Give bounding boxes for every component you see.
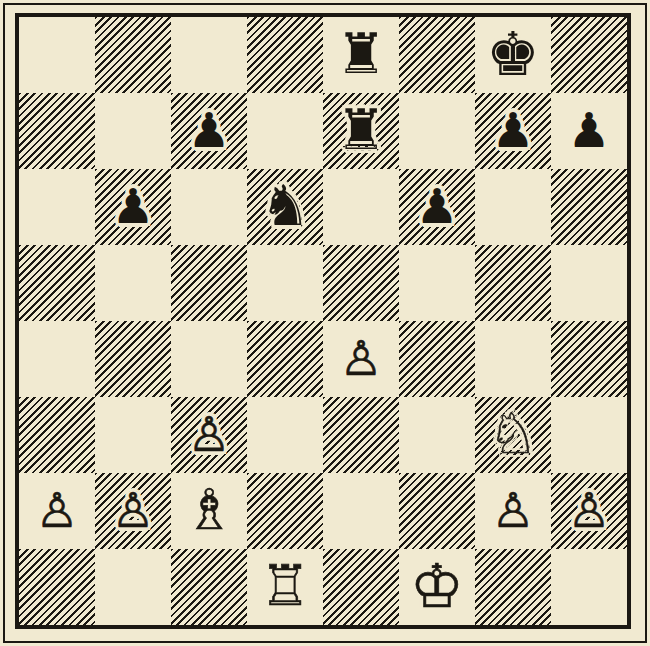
square-d2 bbox=[247, 473, 323, 549]
square-e4: ♙ bbox=[323, 321, 399, 397]
piece-white-pawn-a2: ♙ bbox=[35, 486, 78, 534]
square-a5 bbox=[19, 245, 95, 321]
square-a3 bbox=[19, 397, 95, 473]
square-d4 bbox=[247, 321, 323, 397]
piece-black-pawn-h7: ♟ bbox=[567, 106, 610, 154]
square-d7 bbox=[247, 93, 323, 169]
piece-white-pawn-b2: ♙ bbox=[111, 486, 154, 534]
square-a1 bbox=[19, 549, 95, 625]
square-c6 bbox=[171, 169, 247, 245]
square-f2 bbox=[399, 473, 475, 549]
piece-black-king-g8: ♚ bbox=[486, 24, 540, 84]
piece-black-pawn-g7: ♟ bbox=[491, 106, 534, 154]
square-d8 bbox=[247, 17, 323, 93]
square-e6 bbox=[323, 169, 399, 245]
square-g3: ♘ bbox=[475, 397, 551, 473]
square-b5 bbox=[95, 245, 171, 321]
square-g2: ♙ bbox=[475, 473, 551, 549]
square-f7 bbox=[399, 93, 475, 169]
piece-white-pawn-c3: ♙ bbox=[187, 410, 230, 458]
square-c2: ♗ bbox=[171, 473, 247, 549]
printed-chess-diagram-page: ♜♚♟♜♟♟♟♞♟♙♙♘♙♙♗♙♙♖♔ bbox=[0, 0, 650, 646]
square-d1: ♖ bbox=[247, 549, 323, 625]
square-a6 bbox=[19, 169, 95, 245]
square-g1 bbox=[475, 549, 551, 625]
piece-white-pawn-g2: ♙ bbox=[491, 486, 534, 534]
piece-black-rook-e7: ♜ bbox=[336, 102, 386, 158]
square-a8 bbox=[19, 17, 95, 93]
square-b8 bbox=[95, 17, 171, 93]
square-e7: ♜ bbox=[323, 93, 399, 169]
square-b2: ♙ bbox=[95, 473, 171, 549]
piece-white-knight-g3: ♘ bbox=[488, 406, 538, 462]
square-h4 bbox=[551, 321, 627, 397]
piece-black-pawn-f6: ♟ bbox=[415, 182, 458, 230]
square-h6 bbox=[551, 169, 627, 245]
square-h1 bbox=[551, 549, 627, 625]
square-b4 bbox=[95, 321, 171, 397]
square-a4 bbox=[19, 321, 95, 397]
square-c4 bbox=[171, 321, 247, 397]
piece-black-knight-d6: ♞ bbox=[260, 178, 310, 234]
square-b6: ♟ bbox=[95, 169, 171, 245]
piece-black-rook-e8: ♜ bbox=[336, 26, 386, 82]
square-b3 bbox=[95, 397, 171, 473]
square-d5 bbox=[247, 245, 323, 321]
square-h2: ♙ bbox=[551, 473, 627, 549]
square-f1: ♔ bbox=[399, 549, 475, 625]
square-f3 bbox=[399, 397, 475, 473]
square-c1 bbox=[171, 549, 247, 625]
square-b1 bbox=[95, 549, 171, 625]
square-f5 bbox=[399, 245, 475, 321]
square-g4 bbox=[475, 321, 551, 397]
square-f6: ♟ bbox=[399, 169, 475, 245]
piece-white-pawn-e4: ♙ bbox=[339, 334, 382, 382]
square-g6 bbox=[475, 169, 551, 245]
piece-white-rook-d1: ♖ bbox=[260, 558, 310, 614]
square-c5 bbox=[171, 245, 247, 321]
square-e1 bbox=[323, 549, 399, 625]
square-g7: ♟ bbox=[475, 93, 551, 169]
square-a2: ♙ bbox=[19, 473, 95, 549]
square-e5 bbox=[323, 245, 399, 321]
square-h7: ♟ bbox=[551, 93, 627, 169]
piece-black-pawn-c7: ♟ bbox=[187, 106, 230, 154]
square-g5 bbox=[475, 245, 551, 321]
square-e2 bbox=[323, 473, 399, 549]
square-e3 bbox=[323, 397, 399, 473]
piece-white-pawn-h2: ♙ bbox=[567, 486, 610, 534]
square-a7 bbox=[19, 93, 95, 169]
square-d6: ♞ bbox=[247, 169, 323, 245]
square-h5 bbox=[551, 245, 627, 321]
square-d3 bbox=[247, 397, 323, 473]
square-h3 bbox=[551, 397, 627, 473]
piece-black-pawn-b6: ♟ bbox=[111, 182, 154, 230]
square-f8 bbox=[399, 17, 475, 93]
square-h8 bbox=[551, 17, 627, 93]
chess-board: ♜♚♟♜♟♟♟♞♟♙♙♘♙♙♗♙♙♖♔ bbox=[15, 13, 631, 629]
square-b7 bbox=[95, 93, 171, 169]
square-f4 bbox=[399, 321, 475, 397]
square-e8: ♜ bbox=[323, 17, 399, 93]
piece-white-king-f1: ♔ bbox=[410, 556, 464, 616]
square-c8 bbox=[171, 17, 247, 93]
square-c7: ♟ bbox=[171, 93, 247, 169]
square-g8: ♚ bbox=[475, 17, 551, 93]
square-c3: ♙ bbox=[171, 397, 247, 473]
piece-white-bishop-c2: ♗ bbox=[184, 482, 234, 538]
